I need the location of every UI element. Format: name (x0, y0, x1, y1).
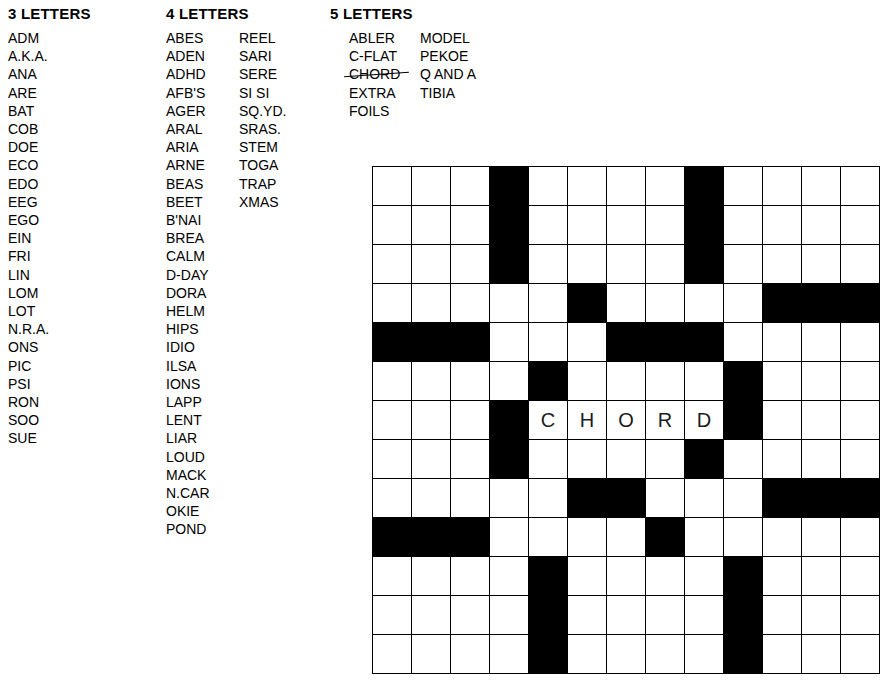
grid-cell[interactable] (607, 206, 645, 244)
word-list-item: CHORD (349, 65, 420, 83)
grid-cell-block (529, 362, 567, 400)
word-list-item: SARI (239, 47, 286, 65)
grid-cell[interactable] (841, 596, 879, 634)
word-list-item: BEAS (166, 175, 239, 193)
word-list-item: ADHD (166, 65, 239, 83)
grid-cell[interactable] (646, 284, 684, 322)
grid-cell[interactable] (802, 401, 840, 439)
word-list-item: HIPS (166, 320, 239, 338)
grid-cell-block (685, 323, 723, 361)
grid-cell[interactable] (451, 479, 489, 517)
grid-cell-block (490, 206, 528, 244)
grid-cell[interactable] (373, 206, 411, 244)
grid-cell[interactable] (685, 635, 723, 673)
grid-cell[interactable] (529, 167, 567, 205)
grid-cell[interactable] (841, 401, 879, 439)
word-list-item: FOILS (349, 102, 420, 120)
word-list-item: ADM (8, 29, 49, 47)
word-list-item: SERE (239, 65, 286, 83)
word-list-item: RON (8, 393, 49, 411)
grid-cell[interactable] (373, 440, 411, 478)
grid-cell[interactable] (568, 635, 606, 673)
word-list-item: MACK (166, 466, 239, 484)
word-list-item: ARE (8, 84, 49, 102)
word-list-item: PSI (8, 375, 49, 393)
grid-cell[interactable] (802, 362, 840, 400)
word-list-columns-4: ABESADENADHDAFB'SAGERARALARIAARNEBEASBEE… (166, 29, 286, 539)
grid-cell[interactable] (373, 635, 411, 673)
grid-cell[interactable] (373, 557, 411, 595)
grid-cell[interactable] (373, 284, 411, 322)
grid-cell[interactable] (490, 518, 528, 556)
word-list-item: D-DAY (166, 266, 239, 284)
word-list-item: COB (8, 120, 49, 138)
grid-cell[interactable] (412, 245, 450, 283)
grid-cell-block (607, 479, 645, 517)
grid-cell[interactable] (724, 284, 762, 322)
grid-cell[interactable] (802, 245, 840, 283)
grid-cell-block (490, 401, 528, 439)
grid-cell[interactable] (412, 284, 450, 322)
grid-cell-block (373, 518, 411, 556)
word-list-item: ILSA (166, 357, 239, 375)
grid-cell[interactable] (841, 245, 879, 283)
word-list-item: TRAP (239, 175, 286, 193)
word-list-item: SI SI (239, 84, 286, 102)
grid-cell-block (529, 635, 567, 673)
grid-cell-block (841, 284, 879, 322)
grid-cell[interactable] (490, 479, 528, 517)
grid-cell[interactable] (802, 440, 840, 478)
grid-cell[interactable] (646, 362, 684, 400)
word-list-item: BREA (166, 229, 239, 247)
word-list-item: ABES (166, 29, 239, 47)
word-list-item: XMAS (239, 193, 286, 211)
grid-cell[interactable] (763, 362, 801, 400)
grid-cell[interactable] (646, 167, 684, 205)
grid-cell[interactable] (568, 206, 606, 244)
grid-cell[interactable] (607, 362, 645, 400)
grid-cell-letter[interactable]: H (568, 401, 606, 439)
word-list-item: IDIO (166, 338, 239, 356)
grid-cell[interactable] (607, 284, 645, 322)
grid-cell[interactable] (802, 635, 840, 673)
word-list-section-4-letters: 4 LETTERS ABESADENADHDAFB'SAGERARALARIAA… (166, 5, 286, 539)
word-list-item: LAPP (166, 393, 239, 411)
grid-cell[interactable] (802, 167, 840, 205)
grid-cell[interactable] (685, 479, 723, 517)
grid-cell[interactable] (763, 518, 801, 556)
grid-cell[interactable] (646, 440, 684, 478)
word-list-item: PIC (8, 357, 49, 375)
grid-cell-block (490, 440, 528, 478)
grid-cell[interactable] (724, 206, 762, 244)
word-list-item: TOGA (239, 156, 286, 174)
word-list-header-5: 5 LETTERS (330, 5, 476, 22)
grid-cell[interactable] (841, 362, 879, 400)
grid-cell[interactable] (646, 479, 684, 517)
word-list-item: ABLER (349, 29, 420, 47)
grid-cell[interactable] (568, 362, 606, 400)
grid-cell[interactable] (841, 635, 879, 673)
grid-cell-block (841, 479, 879, 517)
word-list-item: FRI (8, 247, 49, 265)
word-list-item: IONS (166, 375, 239, 393)
grid-cell[interactable] (763, 167, 801, 205)
word-list-item: N.R.A. (8, 320, 49, 338)
grid-cell[interactable] (451, 635, 489, 673)
grid-cell[interactable] (412, 206, 450, 244)
grid-cell-block (763, 284, 801, 322)
grid-cell[interactable] (529, 245, 567, 283)
grid-cell[interactable] (373, 479, 411, 517)
grid-cell[interactable] (451, 245, 489, 283)
grid-cell[interactable] (724, 518, 762, 556)
grid-cell[interactable] (568, 245, 606, 283)
grid-cell[interactable] (685, 362, 723, 400)
word-list-item: HELM (166, 302, 239, 320)
grid-cell[interactable] (841, 167, 879, 205)
word-list-item: Q AND A (420, 65, 476, 83)
word-list-item: AFB'S (166, 84, 239, 102)
word-list-item: EIN (8, 229, 49, 247)
grid-cell[interactable] (685, 557, 723, 595)
word-list-item: EXTRA (349, 84, 420, 102)
grid-cell[interactable] (373, 401, 411, 439)
word-list-item: ECO (8, 156, 49, 174)
grid-cell-block (373, 323, 411, 361)
grid-cell[interactable] (646, 206, 684, 244)
grid-cell-letter[interactable]: C (529, 401, 567, 439)
grid-cell[interactable] (451, 440, 489, 478)
grid-cell-block (412, 518, 450, 556)
grid-cell[interactable] (607, 518, 645, 556)
grid-cell[interactable] (607, 167, 645, 205)
grid-cell[interactable] (373, 362, 411, 400)
grid-cell-block (568, 284, 606, 322)
word-list-item: SUE (8, 429, 49, 447)
grid-cell[interactable] (490, 635, 528, 673)
grid-cell[interactable] (373, 596, 411, 634)
grid-cell[interactable] (646, 245, 684, 283)
word-list-item: LOUD (166, 448, 239, 466)
grid-cell[interactable] (568, 323, 606, 361)
grid-cell-block (763, 479, 801, 517)
word-list-item: MODEL (420, 29, 476, 47)
grid-cell[interactable] (763, 401, 801, 439)
grid-cell[interactable] (802, 596, 840, 634)
grid-cell[interactable] (568, 518, 606, 556)
grid-cell-block (685, 167, 723, 205)
grid-cell[interactable] (568, 440, 606, 478)
grid-cell[interactable] (412, 557, 450, 595)
grid-cell[interactable] (451, 557, 489, 595)
grid-cell[interactable] (841, 323, 879, 361)
word-list-item: EDO (8, 175, 49, 193)
word-list-item: SOO (8, 411, 49, 429)
word-list-item: ARNE (166, 156, 239, 174)
grid-cell-block (685, 440, 723, 478)
word-list-columns-5: ABLERC-FLATCHORDEXTRAFOILSMODELPEKOEQ AN… (330, 29, 476, 120)
word-list-item: EEG (8, 193, 49, 211)
grid-cell[interactable] (724, 167, 762, 205)
word-list-item: AGER (166, 102, 239, 120)
word-list-item: DOE (8, 138, 49, 156)
grid-cell[interactable] (568, 557, 606, 595)
word-struck-through: CHORD (349, 65, 400, 83)
grid-cell[interactable] (412, 479, 450, 517)
word-list-item: EGO (8, 211, 49, 229)
grid-cell[interactable] (373, 245, 411, 283)
word-list-item: REEL (239, 29, 286, 47)
grid-cell-letter[interactable]: D (685, 401, 723, 439)
word-list-item: ARAL (166, 120, 239, 138)
grid-cell[interactable] (568, 167, 606, 205)
grid-cell-block (490, 167, 528, 205)
crossword-grid: CHORD (372, 166, 880, 674)
grid-cell[interactable] (451, 284, 489, 322)
word-list-item: SQ.YD. (239, 102, 286, 120)
grid-cell[interactable] (763, 440, 801, 478)
word-list-item: ANA (8, 65, 49, 83)
grid-cell-block (412, 323, 450, 361)
grid-cell-block (490, 245, 528, 283)
grid-cell[interactable] (529, 518, 567, 556)
grid-cell[interactable] (646, 635, 684, 673)
grid-cell[interactable] (763, 635, 801, 673)
grid-cell[interactable] (607, 557, 645, 595)
grid-cell[interactable] (412, 635, 450, 673)
grid-cell[interactable] (685, 596, 723, 634)
word-list-item: SRAS. (239, 120, 286, 138)
grid-cell[interactable] (451, 401, 489, 439)
grid-cell[interactable] (529, 284, 567, 322)
word-list-header-4: 4 LETTERS (166, 5, 286, 22)
grid-cell[interactable] (451, 206, 489, 244)
grid-cell-block (802, 479, 840, 517)
word-list-item: POND (166, 520, 239, 538)
grid-cell-block (646, 323, 684, 361)
grid-cell[interactable] (802, 557, 840, 595)
grid-cell[interactable] (685, 518, 723, 556)
word-list-item: LIAR (166, 429, 239, 447)
word-list-columns-3: ADMA.K.A.ANAAREBATCOBDOEECOEDOEEGEGOEINF… (8, 29, 91, 448)
word-list-item: N.CAR (166, 484, 239, 502)
grid-cell[interactable] (529, 206, 567, 244)
grid-cell-block (646, 518, 684, 556)
grid-cell-letter[interactable]: R (646, 401, 684, 439)
grid-cell-letter[interactable]: O (607, 401, 645, 439)
grid-cell[interactable] (646, 596, 684, 634)
grid-cell-block (724, 635, 762, 673)
grid-cell[interactable] (802, 323, 840, 361)
grid-cell[interactable] (568, 596, 606, 634)
word-list-item: B'NAI (166, 211, 239, 229)
word-column: ABESADENADHDAFB'SAGERARALARIAARNEBEASBEE… (166, 29, 239, 539)
grid-cell[interactable] (490, 323, 528, 361)
word-column: ABLERC-FLATCHORDEXTRAFOILS (349, 29, 420, 120)
grid-cell[interactable] (724, 479, 762, 517)
grid-cell[interactable] (841, 557, 879, 595)
grid-cell[interactable] (763, 557, 801, 595)
grid-cell[interactable] (412, 401, 450, 439)
grid-cell[interactable] (451, 167, 489, 205)
grid-cell[interactable] (802, 206, 840, 244)
word-list-item: OKIE (166, 502, 239, 520)
grid-cell[interactable] (490, 596, 528, 634)
word-list-item: PEKOE (420, 47, 476, 65)
word-list-section-3-letters: 3 LETTERS ADMA.K.A.ANAAREBATCOBDOEECOEDO… (8, 5, 91, 448)
word-list-item: ARIA (166, 138, 239, 156)
grid-cell[interactable] (607, 596, 645, 634)
grid-cell[interactable] (646, 557, 684, 595)
word-list-item: LIN (8, 266, 49, 284)
grid-cell[interactable] (763, 323, 801, 361)
word-column: MODELPEKOEQ AND ATIBIA (420, 29, 476, 102)
word-list-item: DORA (166, 284, 239, 302)
word-list-item: STEM (239, 138, 286, 156)
grid-cell[interactable] (529, 440, 567, 478)
word-list-item: TIBIA (420, 84, 476, 102)
word-list-item: C-FLAT (349, 47, 420, 65)
grid-cell[interactable] (724, 323, 762, 361)
grid-cell-block (724, 401, 762, 439)
grid-cell-block (724, 362, 762, 400)
grid-cell-block (529, 557, 567, 595)
grid-cell[interactable] (763, 206, 801, 244)
grid-cell[interactable] (724, 440, 762, 478)
grid-cell[interactable] (802, 518, 840, 556)
word-list-item: LENT (166, 411, 239, 429)
grid-cell[interactable] (607, 635, 645, 673)
grid-cell-block (607, 323, 645, 361)
grid-cell[interactable] (490, 284, 528, 322)
grid-cell[interactable] (763, 596, 801, 634)
word-list-item: BEET (166, 193, 239, 211)
grid-cell[interactable] (529, 323, 567, 361)
grid-cell[interactable] (490, 362, 528, 400)
grid-cell[interactable] (841, 518, 879, 556)
grid-cell-block (529, 596, 567, 634)
word-list-item: ADEN (166, 47, 239, 65)
word-list-item: LOM (8, 284, 49, 302)
grid-cell[interactable] (373, 167, 411, 205)
grid-cell-block (724, 557, 762, 595)
grid-cell[interactable] (451, 362, 489, 400)
grid-cell[interactable] (841, 440, 879, 478)
word-list-item: BAT (8, 102, 49, 120)
grid-cell-block (685, 206, 723, 244)
word-list-header-3: 3 LETTERS (8, 5, 91, 22)
word-list-item: ONS (8, 338, 49, 356)
word-list-section-5-letters: 5 LETTERS ABLERC-FLATCHORDEXTRAFOILSMODE… (330, 5, 476, 120)
word-list-item: CALM (166, 247, 239, 265)
grid-cell[interactable] (529, 479, 567, 517)
grid-cell-block (568, 479, 606, 517)
grid-cell[interactable] (490, 557, 528, 595)
grid-cell[interactable] (724, 245, 762, 283)
word-list-item: A.K.A. (8, 47, 49, 65)
grid-cell[interactable] (451, 596, 489, 634)
grid-cell[interactable] (412, 440, 450, 478)
grid-cell-block (802, 284, 840, 322)
word-column: ADMA.K.A.ANAAREBATCOBDOEECOEDOEEGEGOEINF… (8, 29, 49, 448)
grid-cell[interactable] (412, 362, 450, 400)
word-list-item: LOT (8, 302, 49, 320)
word-column: REELSARISERESI SISQ.YD.SRAS.STEMTOGATRAP… (239, 29, 286, 211)
grid-cell[interactable] (685, 284, 723, 322)
grid-cell[interactable] (607, 440, 645, 478)
grid-cell[interactable] (607, 245, 645, 283)
grid-cell[interactable] (412, 167, 450, 205)
grid-cell[interactable] (763, 245, 801, 283)
grid-cell[interactable] (841, 206, 879, 244)
grid-cell-block (451, 518, 489, 556)
grid-cell-block (685, 245, 723, 283)
grid-cell-block (451, 323, 489, 361)
grid-cell[interactable] (412, 596, 450, 634)
grid-cell-block (724, 596, 762, 634)
